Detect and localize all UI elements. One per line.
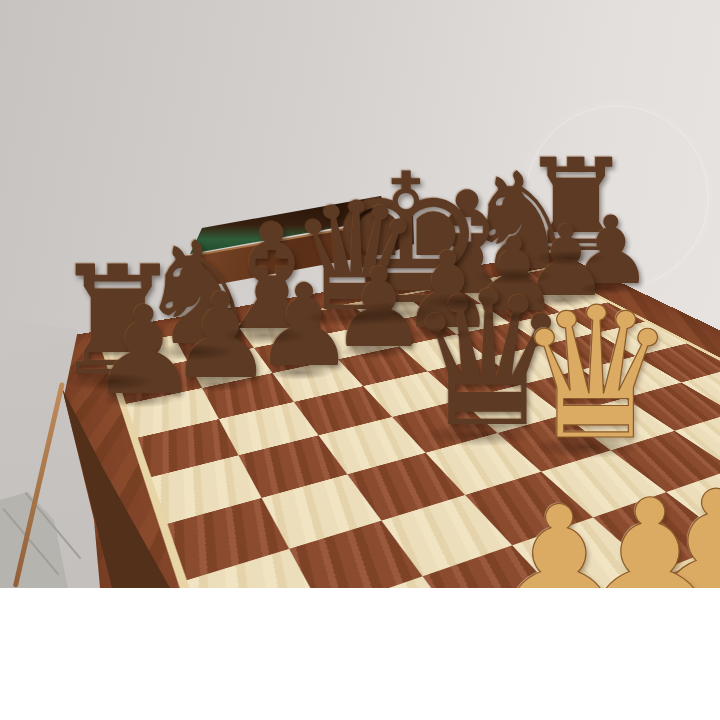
piece-shadow bbox=[100, 392, 176, 408]
piece-shadow bbox=[531, 294, 592, 307]
piece-shadow bbox=[149, 343, 237, 361]
product-photo: ♜♞♟♟♝♚♟♛♟♝♞♟♟♜♟♟♛♛♟♟♟ bbox=[0, 0, 720, 588]
piece-shadow bbox=[577, 282, 635, 294]
piece-white-pawn-g2: ♟ bbox=[566, 475, 720, 588]
piece-shadow bbox=[473, 267, 556, 284]
piece-shadow bbox=[531, 435, 644, 459]
piece-shadow bbox=[179, 376, 252, 391]
piece-shadow bbox=[477, 310, 540, 323]
screenshot: ♜♞♟♟♝♚♟♛♟♝♞♟♟♜♟♟♛♛♟♟♟ bbox=[0, 0, 720, 720]
pieces-layer: ♜♞♟♟♝♚♟♛♟♝♞♟♟♜♟♟♛♛♟♟♟ bbox=[0, 0, 720, 588]
photo-margin bbox=[0, 588, 720, 720]
piece-shadow bbox=[263, 365, 334, 380]
